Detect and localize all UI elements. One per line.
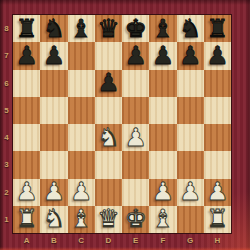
white-bishop[interactable]: ♝: [70, 206, 92, 233]
file-label-c: C: [68, 233, 95, 250]
file-labels: ABCDEFGH: [13, 233, 231, 250]
square-f5[interactable]: [149, 97, 176, 124]
square-f4[interactable]: [149, 124, 176, 151]
square-e8[interactable]: ♚: [122, 15, 149, 42]
black-knight[interactable]: ♞: [179, 15, 201, 42]
square-f8[interactable]: ♝: [149, 15, 176, 42]
white-king[interactable]: ♚: [124, 206, 146, 233]
square-h2[interactable]: ♟: [204, 179, 231, 206]
square-h6[interactable]: [204, 70, 231, 97]
square-a3[interactable]: [13, 151, 40, 178]
square-h8[interactable]: ♜: [204, 15, 231, 42]
square-c3[interactable]: [68, 151, 95, 178]
square-a5[interactable]: [13, 97, 40, 124]
square-h5[interactable]: [204, 97, 231, 124]
white-pawn[interactable]: ♟: [179, 179, 201, 206]
white-knight[interactable]: ♞: [43, 206, 65, 233]
square-b2[interactable]: ♟: [40, 179, 67, 206]
square-e6[interactable]: [122, 70, 149, 97]
white-pawn[interactable]: ♟: [206, 179, 228, 206]
black-knight[interactable]: ♞: [43, 15, 65, 42]
square-a6[interactable]: [13, 70, 40, 97]
square-h4[interactable]: [204, 124, 231, 151]
square-h1[interactable]: ♜: [204, 206, 231, 233]
square-g1[interactable]: [177, 206, 204, 233]
black-king[interactable]: ♚: [124, 15, 146, 42]
square-c6[interactable]: [68, 70, 95, 97]
square-e4[interactable]: ♟: [122, 124, 149, 151]
square-d7[interactable]: [95, 42, 122, 69]
square-g8[interactable]: ♞: [177, 15, 204, 42]
square-c4[interactable]: [68, 124, 95, 151]
white-pawn[interactable]: ♟: [124, 124, 146, 151]
square-f7[interactable]: ♟: [149, 42, 176, 69]
square-b8[interactable]: ♞: [40, 15, 67, 42]
square-b5[interactable]: [40, 97, 67, 124]
square-b1[interactable]: ♞: [40, 206, 67, 233]
black-pawn[interactable]: ♟: [152, 42, 174, 69]
square-c5[interactable]: [68, 97, 95, 124]
black-bishop[interactable]: ♝: [152, 15, 174, 42]
black-pawn[interactable]: ♟: [15, 42, 37, 69]
square-g7[interactable]: ♟: [177, 42, 204, 69]
square-c8[interactable]: ♝: [68, 15, 95, 42]
square-a4[interactable]: [13, 124, 40, 151]
white-pawn[interactable]: ♟: [70, 179, 92, 206]
white-knight[interactable]: ♞: [97, 124, 119, 151]
black-rook[interactable]: ♜: [15, 15, 37, 42]
square-g5[interactable]: [177, 97, 204, 124]
black-pawn[interactable]: ♟: [124, 42, 146, 69]
chess-board: ♜♞♝♛♚♝♞♜♟♟♟♟♟♟♟♞♟♟♟♟♟♟♟♜♞♝♛♚♝♜: [13, 15, 231, 233]
rank-label-1: 1: [0, 206, 13, 233]
rank-label-4: 4: [0, 124, 13, 151]
black-queen[interactable]: ♛: [97, 15, 119, 42]
rank-label-6: 6: [0, 70, 13, 97]
white-pawn[interactable]: ♟: [43, 179, 65, 206]
black-bishop[interactable]: ♝: [70, 15, 92, 42]
white-queen[interactable]: ♛: [97, 206, 119, 233]
square-d5[interactable]: [95, 97, 122, 124]
square-g6[interactable]: [177, 70, 204, 97]
white-rook[interactable]: ♜: [15, 206, 37, 233]
rank-label-5: 5: [0, 97, 13, 124]
rank-label-7: 7: [0, 42, 13, 69]
file-label-d: D: [95, 233, 122, 250]
black-pawn[interactable]: ♟: [97, 70, 119, 97]
square-h7[interactable]: ♟: [204, 42, 231, 69]
square-e3[interactable]: [122, 151, 149, 178]
square-a8[interactable]: ♜: [13, 15, 40, 42]
square-b6[interactable]: [40, 70, 67, 97]
square-a7[interactable]: ♟: [13, 42, 40, 69]
square-c2[interactable]: ♟: [68, 179, 95, 206]
square-b7[interactable]: ♟: [40, 42, 67, 69]
square-d6[interactable]: ♟: [95, 70, 122, 97]
square-e1[interactable]: ♚: [122, 206, 149, 233]
square-f6[interactable]: [149, 70, 176, 97]
square-d2[interactable]: [95, 179, 122, 206]
rank-label-2: 2: [0, 179, 13, 206]
file-label-f: F: [149, 233, 176, 250]
rank-label-3: 3: [0, 151, 13, 178]
black-rook[interactable]: ♜: [206, 15, 228, 42]
black-pawn[interactable]: ♟: [206, 42, 228, 69]
white-pawn[interactable]: ♟: [152, 179, 174, 206]
square-f3[interactable]: [149, 151, 176, 178]
square-d3[interactable]: [95, 151, 122, 178]
file-label-h: H: [204, 233, 231, 250]
square-h3[interactable]: [204, 151, 231, 178]
file-label-b: B: [40, 233, 67, 250]
square-d1[interactable]: ♛: [95, 206, 122, 233]
square-d4[interactable]: ♞: [95, 124, 122, 151]
chess-board-frame: 87654321 ABCDEFGH ♜♞♝♛♚♝♞♜♟♟♟♟♟♟♟♞♟♟♟♟♟♟…: [0, 0, 250, 250]
square-e2[interactable]: [122, 179, 149, 206]
black-pawn[interactable]: ♟: [179, 42, 201, 69]
square-a2[interactable]: ♟: [13, 179, 40, 206]
square-g3[interactable]: [177, 151, 204, 178]
white-pawn[interactable]: ♟: [15, 179, 37, 206]
white-rook[interactable]: ♜: [206, 206, 228, 233]
square-d8[interactable]: ♛: [95, 15, 122, 42]
square-b3[interactable]: [40, 151, 67, 178]
file-label-e: E: [122, 233, 149, 250]
rank-labels: 87654321: [0, 15, 13, 233]
square-c7[interactable]: [68, 42, 95, 69]
black-pawn[interactable]: ♟: [43, 42, 65, 69]
square-a1[interactable]: ♜: [13, 206, 40, 233]
square-e5[interactable]: [122, 97, 149, 124]
square-b4[interactable]: [40, 124, 67, 151]
file-label-g: G: [177, 233, 204, 250]
square-g4[interactable]: [177, 124, 204, 151]
square-c1[interactable]: ♝: [68, 206, 95, 233]
square-g2[interactable]: ♟: [177, 179, 204, 206]
file-label-a: A: [13, 233, 40, 250]
white-bishop[interactable]: ♝: [152, 206, 174, 233]
square-f2[interactable]: ♟: [149, 179, 176, 206]
square-e7[interactable]: ♟: [122, 42, 149, 69]
square-f1[interactable]: ♝: [149, 206, 176, 233]
rank-label-8: 8: [0, 15, 13, 42]
